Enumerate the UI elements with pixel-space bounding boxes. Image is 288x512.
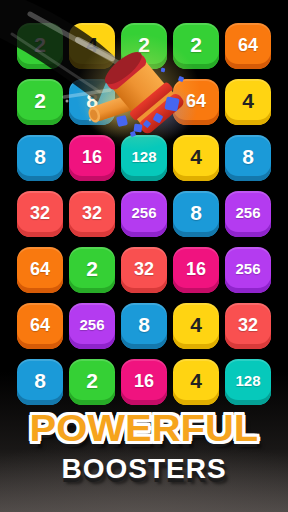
tile-8-r3c1[interactable]: 8 [17,135,63,181]
tile-4-r7c4[interactable]: 4 [173,359,219,405]
banner-line2: BOOSTERS [0,453,288,485]
tile-256-r4c5[interactable]: 256 [225,191,271,237]
tile-16-r3c2[interactable]: 16 [69,135,115,181]
tile-2-r1c3[interactable]: 2 [121,23,167,69]
tile-128-r7c5[interactable]: 128 [225,359,271,405]
tile-32-r6c5[interactable]: 32 [225,303,271,349]
tile-8-r7c1[interactable]: 8 [17,359,63,405]
tile-4-r2c5[interactable]: 4 [225,79,271,125]
tile-8-r3c5[interactable]: 8 [225,135,271,181]
tile-16-r7c3[interactable]: 16 [121,359,167,405]
tile-4-r1c2[interactable]: 4 [69,23,115,69]
tile-2-r1c1[interactable]: 2 [17,23,63,69]
tile-128-r3c3[interactable]: 128 [121,135,167,181]
tile-8-r6c3[interactable]: 8 [121,303,167,349]
smashed-cell-r2c3 [121,79,167,125]
tile-8-r2c2[interactable]: 8 [69,79,115,125]
tile-2-r7c2[interactable]: 2 [69,359,115,405]
tile-32-r4c1[interactable]: 32 [17,191,63,237]
tile-2-r1c4[interactable]: 2 [173,23,219,69]
board-grid: 2422642864481612848323225682566423216256… [17,23,271,405]
tile-64-r1c5[interactable]: 64 [225,23,271,69]
tile-32-r5c3[interactable]: 32 [121,247,167,293]
tile-256-r6c2[interactable]: 256 [69,303,115,349]
screenshot-root: 2422642864481612848323225682566423216256… [0,0,288,512]
tile-64-r6c1[interactable]: 64 [17,303,63,349]
tile-64-r2c4[interactable]: 64 [173,79,219,125]
tile-2-r5c2[interactable]: 2 [69,247,115,293]
banner-line1: POWERFUL [30,408,259,450]
tile-4-r6c4[interactable]: 4 [173,303,219,349]
tile-8-r4c4[interactable]: 8 [173,191,219,237]
tile-16-r5c4[interactable]: 16 [173,247,219,293]
tile-256-r5c5[interactable]: 256 [225,247,271,293]
tile-2-r2c1[interactable]: 2 [17,79,63,125]
tile-4-r3c4[interactable]: 4 [173,135,219,181]
tile-256-r4c3[interactable]: 256 [121,191,167,237]
tile-64-r5c1[interactable]: 64 [17,247,63,293]
promo-banner: POWERFUL BOOSTERS [0,408,288,485]
tile-32-r4c2[interactable]: 32 [69,191,115,237]
